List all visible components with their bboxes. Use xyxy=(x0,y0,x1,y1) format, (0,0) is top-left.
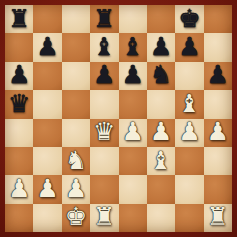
square-c2[interactable]: ♟ xyxy=(62,175,90,203)
square-d1[interactable]: ♜ xyxy=(90,204,118,232)
square-b2[interactable]: ♟ xyxy=(33,175,61,203)
square-a8[interactable]: ♜ xyxy=(5,5,33,33)
square-b4[interactable] xyxy=(33,119,61,147)
piece-white-rook-d1[interactable]: ♜ xyxy=(93,204,115,229)
square-h3[interactable] xyxy=(204,147,232,175)
piece-black-pawn-a6[interactable]: ♟ xyxy=(8,62,30,87)
square-g7[interactable]: ♟ xyxy=(175,33,203,61)
square-c7[interactable] xyxy=(62,33,90,61)
piece-black-pawn-b7[interactable]: ♟ xyxy=(36,34,58,59)
square-g4[interactable]: ♟ xyxy=(175,119,203,147)
square-c6[interactable] xyxy=(62,62,90,90)
square-c5[interactable] xyxy=(62,90,90,118)
square-g2[interactable] xyxy=(175,175,203,203)
piece-white-pawn-c2[interactable]: ♟ xyxy=(65,176,87,201)
square-a3[interactable] xyxy=(5,147,33,175)
piece-black-pawn-h6[interactable]: ♟ xyxy=(207,62,229,87)
square-d2[interactable] xyxy=(90,175,118,203)
square-d5[interactable] xyxy=(90,90,118,118)
square-d3[interactable] xyxy=(90,147,118,175)
square-b5[interactable] xyxy=(33,90,61,118)
square-d6[interactable]: ♟ xyxy=(90,62,118,90)
square-g1[interactable] xyxy=(175,204,203,232)
square-e3[interactable] xyxy=(119,147,147,175)
square-h8[interactable] xyxy=(204,5,232,33)
board-frame: ♜♜♚♟♝♝♟♟♟♟♟♞♟♛♝♛♟♟♟♟♞♝♟♟♟♚♜♜ xyxy=(0,0,237,237)
square-g8[interactable]: ♚ xyxy=(175,5,203,33)
square-b6[interactable] xyxy=(33,62,61,90)
piece-white-rook-h1[interactable]: ♜ xyxy=(207,204,229,229)
square-b8[interactable] xyxy=(33,5,61,33)
square-e8[interactable] xyxy=(119,5,147,33)
square-f5[interactable] xyxy=(147,90,175,118)
piece-white-queen-d4[interactable]: ♛ xyxy=(93,119,115,144)
square-h1[interactable]: ♜ xyxy=(204,204,232,232)
square-e2[interactable] xyxy=(119,175,147,203)
piece-black-bishop-d7[interactable]: ♝ xyxy=(93,34,115,59)
square-a7[interactable] xyxy=(5,33,33,61)
square-h6[interactable]: ♟ xyxy=(204,62,232,90)
square-e4[interactable]: ♟ xyxy=(119,119,147,147)
square-a2[interactable]: ♟ xyxy=(5,175,33,203)
square-g5[interactable]: ♝ xyxy=(175,90,203,118)
piece-white-bishop-f3[interactable]: ♝ xyxy=(150,148,172,173)
square-a1[interactable] xyxy=(5,204,33,232)
square-e1[interactable] xyxy=(119,204,147,232)
chess-board: ♜♜♚♟♝♝♟♟♟♟♟♞♟♛♝♛♟♟♟♟♞♝♟♟♟♚♜♜ xyxy=(5,5,232,232)
square-f6[interactable]: ♞ xyxy=(147,62,175,90)
square-c1[interactable]: ♚ xyxy=(62,204,90,232)
square-h2[interactable] xyxy=(204,175,232,203)
square-e6[interactable]: ♟ xyxy=(119,62,147,90)
square-h5[interactable] xyxy=(204,90,232,118)
square-b7[interactable]: ♟ xyxy=(33,33,61,61)
piece-white-knight-c3[interactable]: ♞ xyxy=(65,148,87,173)
square-c3[interactable]: ♞ xyxy=(62,147,90,175)
piece-white-pawn-a2[interactable]: ♟ xyxy=(8,176,30,201)
piece-black-king-g8[interactable]: ♚ xyxy=(178,6,200,31)
square-f3[interactable]: ♝ xyxy=(147,147,175,175)
square-d8[interactable]: ♜ xyxy=(90,5,118,33)
square-f1[interactable] xyxy=(147,204,175,232)
piece-black-knight-f6[interactable]: ♞ xyxy=(150,62,172,87)
chess-app: ♜♜♚♟♝♝♟♟♟♟♟♞♟♛♝♛♟♟♟♟♞♝♟♟♟♚♜♜ xyxy=(0,0,237,237)
piece-white-pawn-h4[interactable]: ♟ xyxy=(207,119,229,144)
piece-white-pawn-b2[interactable]: ♟ xyxy=(36,176,58,201)
piece-white-bishop-g5[interactable]: ♝ xyxy=(178,91,200,116)
piece-black-pawn-f7[interactable]: ♟ xyxy=(150,34,172,59)
square-g6[interactable] xyxy=(175,62,203,90)
piece-black-pawn-d6[interactable]: ♟ xyxy=(93,62,115,87)
piece-white-pawn-e4[interactable]: ♟ xyxy=(121,119,143,144)
square-h7[interactable] xyxy=(204,33,232,61)
square-a5[interactable]: ♛ xyxy=(5,90,33,118)
piece-black-bishop-e7[interactable]: ♝ xyxy=(121,34,143,59)
square-f4[interactable]: ♟ xyxy=(147,119,175,147)
square-e7[interactable]: ♝ xyxy=(119,33,147,61)
square-g3[interactable] xyxy=(175,147,203,175)
square-b1[interactable] xyxy=(33,204,61,232)
square-f7[interactable]: ♟ xyxy=(147,33,175,61)
square-d7[interactable]: ♝ xyxy=(90,33,118,61)
square-a4[interactable] xyxy=(5,119,33,147)
square-a6[interactable]: ♟ xyxy=(5,62,33,90)
piece-white-king-c1[interactable]: ♚ xyxy=(65,204,87,229)
square-d4[interactable]: ♛ xyxy=(90,119,118,147)
piece-black-pawn-g7[interactable]: ♟ xyxy=(178,34,200,59)
square-f2[interactable] xyxy=(147,175,175,203)
square-b3[interactable] xyxy=(33,147,61,175)
square-c4[interactable] xyxy=(62,119,90,147)
piece-black-pawn-e6[interactable]: ♟ xyxy=(121,62,143,87)
square-h4[interactable]: ♟ xyxy=(204,119,232,147)
piece-black-rook-d8[interactable]: ♜ xyxy=(93,6,115,31)
square-e5[interactable] xyxy=(119,90,147,118)
piece-black-rook-a8[interactable]: ♜ xyxy=(8,6,30,31)
piece-white-pawn-f4[interactable]: ♟ xyxy=(150,119,172,144)
piece-white-pawn-g4[interactable]: ♟ xyxy=(178,119,200,144)
square-c8[interactable] xyxy=(62,5,90,33)
piece-black-queen-a5[interactable]: ♛ xyxy=(8,91,30,116)
square-f8[interactable] xyxy=(147,5,175,33)
